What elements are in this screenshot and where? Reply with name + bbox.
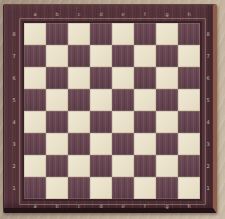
square-g3 bbox=[156, 133, 178, 155]
rank-label-left-6: 6 bbox=[9, 67, 19, 89]
square-g7 bbox=[156, 45, 178, 67]
square-a8 bbox=[24, 23, 46, 45]
rank-label-right-3: 3 bbox=[203, 133, 213, 155]
square-h3 bbox=[178, 133, 200, 155]
square-e8 bbox=[112, 23, 134, 45]
square-e1 bbox=[112, 177, 134, 199]
square-e5 bbox=[112, 89, 134, 111]
file-label-top-f: f bbox=[134, 10, 156, 19]
rank-label-right-6: 6 bbox=[203, 67, 213, 89]
square-c5 bbox=[68, 89, 90, 111]
square-f7 bbox=[134, 45, 156, 67]
square-d6 bbox=[90, 67, 112, 89]
square-b5 bbox=[46, 89, 68, 111]
square-c7 bbox=[68, 45, 90, 67]
square-a7 bbox=[24, 45, 46, 67]
square-f5 bbox=[134, 89, 156, 111]
square-b6 bbox=[46, 67, 68, 89]
square-f2 bbox=[134, 155, 156, 177]
square-b8 bbox=[46, 23, 68, 45]
square-h6 bbox=[178, 67, 200, 89]
board-squares-grid bbox=[24, 23, 200, 199]
square-b3 bbox=[46, 133, 68, 155]
rank-label-left-4: 4 bbox=[9, 111, 19, 133]
file-label-bottom-b: b bbox=[46, 202, 68, 211]
square-e4 bbox=[112, 111, 134, 133]
file-label-top-b: b bbox=[46, 10, 68, 19]
file-label-bottom-a: a bbox=[24, 202, 46, 211]
rank-label-right-4: 4 bbox=[203, 111, 213, 133]
square-d2 bbox=[90, 155, 112, 177]
square-d3 bbox=[90, 133, 112, 155]
square-a6 bbox=[24, 67, 46, 89]
rank-labels-right: 87654321 bbox=[203, 23, 213, 199]
rank-label-right-1: 1 bbox=[203, 177, 213, 199]
rank-label-right-7: 7 bbox=[203, 45, 213, 67]
file-label-top-h: h bbox=[178, 10, 200, 19]
chess-board: abcdefgh abcdefgh 87654321 87654321 bbox=[3, 4, 217, 213]
rank-label-right-5: 5 bbox=[203, 89, 213, 111]
square-c4 bbox=[68, 111, 90, 133]
rank-label-right-2: 2 bbox=[203, 155, 213, 177]
file-label-bottom-f: f bbox=[134, 202, 156, 211]
square-d8 bbox=[90, 23, 112, 45]
square-g4 bbox=[156, 111, 178, 133]
square-e6 bbox=[112, 67, 134, 89]
file-label-top-d: d bbox=[90, 10, 112, 19]
square-e2 bbox=[112, 155, 134, 177]
square-a4 bbox=[24, 111, 46, 133]
rank-label-left-1: 1 bbox=[9, 177, 19, 199]
square-h5 bbox=[178, 89, 200, 111]
square-h2 bbox=[178, 155, 200, 177]
square-d5 bbox=[90, 89, 112, 111]
file-label-top-e: e bbox=[112, 10, 134, 19]
file-label-bottom-d: d bbox=[90, 202, 112, 211]
file-label-bottom-g: g bbox=[156, 202, 178, 211]
square-g1 bbox=[156, 177, 178, 199]
file-label-top-g: g bbox=[156, 10, 178, 19]
file-labels-bottom: abcdefgh bbox=[24, 202, 200, 211]
square-c8 bbox=[68, 23, 90, 45]
square-b7 bbox=[46, 45, 68, 67]
square-h7 bbox=[178, 45, 200, 67]
square-g2 bbox=[156, 155, 178, 177]
square-f6 bbox=[134, 67, 156, 89]
rank-labels-left: 87654321 bbox=[9, 23, 19, 199]
rank-label-left-5: 5 bbox=[9, 89, 19, 111]
rank-label-left-8: 8 bbox=[9, 23, 19, 45]
square-a3 bbox=[24, 133, 46, 155]
square-b2 bbox=[46, 155, 68, 177]
square-d4 bbox=[90, 111, 112, 133]
square-d7 bbox=[90, 45, 112, 67]
square-h4 bbox=[178, 111, 200, 133]
square-d1 bbox=[90, 177, 112, 199]
square-c1 bbox=[68, 177, 90, 199]
rank-label-left-7: 7 bbox=[9, 45, 19, 67]
square-a1 bbox=[24, 177, 46, 199]
square-b1 bbox=[46, 177, 68, 199]
table-background: abcdefgh abcdefgh 87654321 87654321 bbox=[0, 0, 225, 219]
square-e7 bbox=[112, 45, 134, 67]
file-label-bottom-e: e bbox=[112, 202, 134, 211]
rank-label-left-3: 3 bbox=[9, 133, 19, 155]
square-b4 bbox=[46, 111, 68, 133]
rank-label-right-8: 8 bbox=[203, 23, 213, 45]
file-label-top-a: a bbox=[24, 10, 46, 19]
square-c2 bbox=[68, 155, 90, 177]
square-f1 bbox=[134, 177, 156, 199]
file-labels-top: abcdefgh bbox=[24, 10, 200, 19]
square-g5 bbox=[156, 89, 178, 111]
square-g6 bbox=[156, 67, 178, 89]
file-label-bottom-h: h bbox=[178, 202, 200, 211]
square-a5 bbox=[24, 89, 46, 111]
square-a2 bbox=[24, 155, 46, 177]
square-e3 bbox=[112, 133, 134, 155]
file-label-bottom-c: c bbox=[68, 202, 90, 211]
rank-label-left-2: 2 bbox=[9, 155, 19, 177]
square-f8 bbox=[134, 23, 156, 45]
square-g8 bbox=[156, 23, 178, 45]
square-h8 bbox=[178, 23, 200, 45]
square-c3 bbox=[68, 133, 90, 155]
file-label-top-c: c bbox=[68, 10, 90, 19]
square-f3 bbox=[134, 133, 156, 155]
square-f4 bbox=[134, 111, 156, 133]
square-c6 bbox=[68, 67, 90, 89]
square-h1 bbox=[178, 177, 200, 199]
